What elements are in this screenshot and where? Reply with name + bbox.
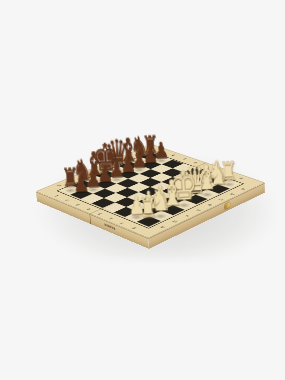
- piece-glyph: ♜: [131, 195, 164, 223]
- coord-label: 7: [118, 221, 129, 226]
- coord-label: 6: [106, 216, 117, 221]
- brand-mark: DENTON: [104, 223, 115, 231]
- coord-label: 3: [73, 202, 84, 206]
- brass-clasp-icon: [225, 202, 230, 209]
- piece-glyph: ♟: [65, 172, 96, 196]
- coord-label: 4: [84, 207, 95, 212]
- coord-label: 5: [95, 211, 106, 216]
- coord-label: 1: [52, 194, 62, 198]
- fold-seam-edge: [89, 214, 90, 225]
- coord-label: 8: [129, 225, 140, 230]
- product-photo-chess-set: 12345678 12345678 ABCDEFGH ABCDEFGH ♜♟♟♜…: [0, 0, 285, 380]
- coord-label: 2: [63, 198, 73, 202]
